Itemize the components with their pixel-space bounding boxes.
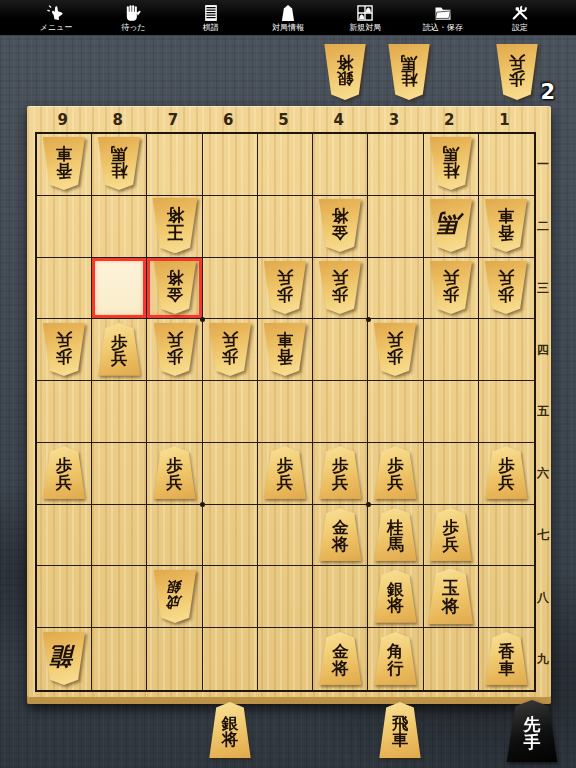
square-1-五[interactable] xyxy=(479,381,534,443)
square-3-六[interactable]: 歩兵 xyxy=(368,443,423,505)
piece-歩兵-3六[interactable]: 歩兵 xyxy=(372,446,419,499)
square-9-七[interactable] xyxy=(37,505,92,567)
game-record-label: 棋譜 xyxy=(203,24,219,32)
piece-face: 王将 xyxy=(150,198,200,254)
square-1-八[interactable] xyxy=(479,566,534,628)
piece-歩兵-2七[interactable]: 歩兵 xyxy=(427,508,474,561)
square-4-五[interactable] xyxy=(313,381,368,443)
pointer-hand-icon xyxy=(46,3,66,23)
piece-face: 歩兵 xyxy=(317,446,364,499)
settings-label: 設定 xyxy=(512,24,528,32)
square-7-三[interactable]: 金将 xyxy=(147,258,202,320)
game-info-label: 対局情報 xyxy=(272,24,304,32)
shogi-app-screen: メニュー 待った 棋譜 対局情報 新規対局 読込・保存 設定 銀将桂馬歩兵2 xyxy=(0,0,576,768)
square-2-四[interactable] xyxy=(424,319,479,381)
square-1-四[interactable] xyxy=(479,319,534,381)
piece-桂馬-3七[interactable]: 桂馬 xyxy=(372,508,419,561)
sente-hand-飛車[interactable]: 飛車 xyxy=(377,702,423,758)
rank-label-五: 五 xyxy=(535,381,551,443)
turn-indicator-piece: 先手 xyxy=(504,700,560,762)
rank-label-一: 一 xyxy=(535,134,551,196)
piece-歩兵-4六[interactable]: 歩兵 xyxy=(317,446,364,499)
piece-金将-4九[interactable]: 金将 xyxy=(317,632,364,685)
piece-face: 金将 xyxy=(317,632,364,685)
square-8-五[interactable] xyxy=(92,381,147,443)
board-grid: 香車桂馬桂馬王将金将馬香車金将歩兵歩兵歩兵歩兵歩兵歩兵歩兵歩兵香車歩兵歩兵歩兵歩… xyxy=(35,132,536,692)
piece-face: 香車 xyxy=(41,137,88,190)
undo-label: 待った xyxy=(121,24,145,32)
square-4-二[interactable]: 金将 xyxy=(313,196,368,258)
square-4-四[interactable] xyxy=(313,319,368,381)
piece-face: 飛車 xyxy=(377,702,423,758)
square-1-二[interactable]: 香車 xyxy=(479,196,534,258)
piece-王将-7二[interactable]: 王将 xyxy=(150,198,200,254)
piece-桂馬-8一[interactable]: 桂馬 xyxy=(96,137,143,190)
piece-金将-4二[interactable]: 金将 xyxy=(317,199,364,252)
rank-label-二: 二 xyxy=(535,196,551,258)
rank-label-四: 四 xyxy=(535,319,551,381)
piece-face: 歩兵 xyxy=(483,446,530,499)
square-5-六[interactable]: 歩兵 xyxy=(258,443,313,505)
square-7-六[interactable]: 歩兵 xyxy=(147,443,202,505)
square-5-一[interactable] xyxy=(258,134,313,196)
square-6-八[interactable] xyxy=(203,566,258,628)
square-2-五[interactable] xyxy=(424,381,479,443)
square-3-八[interactable]: 銀将 xyxy=(368,566,423,628)
board-star-point xyxy=(200,317,205,322)
folder-icon xyxy=(433,3,453,23)
square-6-一[interactable] xyxy=(203,134,258,196)
square-6-九[interactable] xyxy=(203,628,258,690)
square-5-五[interactable] xyxy=(258,381,313,443)
square-3-五[interactable] xyxy=(368,381,423,443)
piece-馬-2二[interactable]: 馬 xyxy=(427,199,474,252)
square-5-八[interactable] xyxy=(258,566,313,628)
piece-金将-4七[interactable]: 金将 xyxy=(317,508,364,561)
rank-label-七: 七 xyxy=(535,505,551,567)
square-8-四[interactable]: 歩兵 xyxy=(92,319,147,381)
file-label-5: 5 xyxy=(256,109,311,132)
piece-face: 銀将 xyxy=(207,702,253,758)
piece-歩兵-7六[interactable]: 歩兵 xyxy=(151,446,198,499)
square-7-四[interactable]: 歩兵 xyxy=(147,319,202,381)
square-3-九[interactable]: 角行 xyxy=(368,628,423,690)
piece-face: 歩兵 xyxy=(427,508,474,561)
piece-face: 歩兵 xyxy=(317,261,364,314)
rank-label-三: 三 xyxy=(535,258,551,320)
piece-歩兵-1六[interactable]: 歩兵 xyxy=(483,446,530,499)
square-3-七[interactable]: 桂馬 xyxy=(368,505,423,567)
rank-label-六: 六 xyxy=(535,443,551,505)
square-7-八[interactable]: 成銀 xyxy=(147,566,202,628)
gote-hand-銀将[interactable]: 銀将 xyxy=(322,44,368,100)
piece-飛車-hand[interactable]: 飛車 xyxy=(377,702,423,758)
piece-face: 桂馬 xyxy=(96,137,143,190)
piece-歩兵-1三[interactable]: 歩兵 xyxy=(483,261,530,314)
square-5-三[interactable]: 歩兵 xyxy=(258,258,313,320)
square-8-三[interactable] xyxy=(92,258,147,320)
square-1-三[interactable]: 歩兵 xyxy=(479,258,534,320)
piece-face: 銀将 xyxy=(322,44,368,100)
square-9-九[interactable]: 龍 xyxy=(37,628,92,690)
square-2-一[interactable]: 桂馬 xyxy=(424,134,479,196)
piece-金将-7三[interactable]: 金将 xyxy=(151,261,198,314)
file-label-3: 3 xyxy=(366,109,421,132)
square-4-七[interactable]: 金将 xyxy=(313,505,368,567)
sente-hand-銀将[interactable]: 銀将 xyxy=(207,702,253,758)
board-star-point xyxy=(366,317,371,322)
square-8-八[interactable] xyxy=(92,566,147,628)
square-3-三[interactable] xyxy=(368,258,423,320)
piece-歩兵-8四[interactable]: 歩兵 xyxy=(96,323,143,376)
hand-count: 2 xyxy=(540,80,555,104)
piece-玉将-2八[interactable]: 玉将 xyxy=(426,568,476,624)
square-9-四[interactable]: 歩兵 xyxy=(37,319,92,381)
piece-face: 歩兵 xyxy=(96,323,143,376)
square-4-九[interactable]: 金将 xyxy=(313,628,368,690)
shogi-piece-icon xyxy=(278,3,298,23)
square-4-三[interactable]: 歩兵 xyxy=(313,258,368,320)
new-game-grid-icon xyxy=(355,3,375,23)
square-6-六[interactable] xyxy=(203,443,258,505)
game-info-button[interactable]: 対局情報 xyxy=(266,3,310,32)
shogi-board: 987654321 一二三四五六七八九 香車桂馬桂馬王将金将馬香車金将歩兵歩兵歩… xyxy=(27,106,551,704)
piece-face: 角行 xyxy=(372,632,419,685)
file-label-8: 8 xyxy=(90,109,145,132)
square-8-九[interactable] xyxy=(92,628,147,690)
square-4-六[interactable]: 歩兵 xyxy=(313,443,368,505)
undo-button[interactable]: 待った xyxy=(111,3,155,32)
square-9-六[interactable]: 歩兵 xyxy=(37,443,92,505)
square-3-一[interactable] xyxy=(368,134,423,196)
piece-歩兵-9四[interactable]: 歩兵 xyxy=(41,323,88,376)
file-labels: 987654321 xyxy=(35,109,532,132)
square-7-七[interactable] xyxy=(147,505,202,567)
square-1-六[interactable]: 歩兵 xyxy=(479,443,534,505)
piece-face: 歩兵 xyxy=(151,323,198,376)
square-1-一[interactable] xyxy=(479,134,534,196)
piece-銀将-hand[interactable]: 銀将 xyxy=(207,702,253,758)
file-label-9: 9 xyxy=(35,109,90,132)
turn-indicator-badge: 先手 xyxy=(504,700,560,762)
piece-face: 銀将 xyxy=(372,570,419,623)
rank-label-八: 八 xyxy=(535,566,551,628)
piece-香車-1二[interactable]: 香車 xyxy=(483,199,530,252)
gote-hand-桂馬[interactable]: 桂馬 xyxy=(386,44,432,100)
file-label-7: 7 xyxy=(145,109,200,132)
piece-face: 歩兵 xyxy=(372,446,419,499)
file-label-1: 1 xyxy=(477,109,532,132)
square-1-七[interactable] xyxy=(479,505,534,567)
piece-face: 歩兵 xyxy=(41,446,88,499)
square-7-二[interactable]: 王将 xyxy=(147,196,202,258)
piece-歩兵-7四[interactable]: 歩兵 xyxy=(151,323,198,376)
square-9-八[interactable] xyxy=(37,566,92,628)
square-2-七[interactable]: 歩兵 xyxy=(424,505,479,567)
file-label-2: 2 xyxy=(422,109,477,132)
piece-face: 歩兵 xyxy=(427,261,474,314)
piece-face: 歩兵 xyxy=(372,323,419,376)
square-9-一[interactable]: 香車 xyxy=(37,134,92,196)
piece-face: 歩兵 xyxy=(151,446,198,499)
record-document-icon xyxy=(201,3,221,23)
square-9-三[interactable] xyxy=(37,258,92,320)
square-8-二[interactable] xyxy=(92,196,147,258)
square-8-六[interactable] xyxy=(92,443,147,505)
load-save-label: 読込・保存 xyxy=(423,24,463,32)
piece-桂馬-2一[interactable]: 桂馬 xyxy=(427,137,474,190)
square-6-四[interactable]: 歩兵 xyxy=(203,319,258,381)
square-8-七[interactable] xyxy=(92,505,147,567)
square-9-二[interactable] xyxy=(37,196,92,258)
rank-label-九: 九 xyxy=(535,628,551,690)
toolbar: メニュー 待った 棋譜 対局情報 新規対局 読込・保存 設定 xyxy=(0,0,576,36)
piece-face: 歩兵 xyxy=(261,446,308,499)
piece-歩兵-6四[interactable]: 歩兵 xyxy=(206,323,253,376)
square-2-二[interactable]: 馬 xyxy=(424,196,479,258)
square-5-四[interactable]: 香車 xyxy=(258,319,313,381)
menu-label: メニュー xyxy=(40,24,73,32)
piece-成銀-7八[interactable]: 成銀 xyxy=(151,570,198,623)
square-6-二[interactable] xyxy=(203,196,258,258)
piece-face: 金将 xyxy=(151,261,198,314)
piece-face: 香車 xyxy=(483,199,530,252)
piece-face: 金将 xyxy=(317,508,364,561)
square-6-三[interactable] xyxy=(203,258,258,320)
piece-銀将-3八[interactable]: 銀将 xyxy=(372,570,419,623)
new-game-label: 新規対局 xyxy=(349,24,381,32)
game-record-button[interactable]: 棋譜 xyxy=(189,3,233,32)
piece-歩兵-5六[interactable]: 歩兵 xyxy=(261,446,308,499)
piece-角行-3九[interactable]: 角行 xyxy=(372,632,419,685)
square-4-八[interactable] xyxy=(313,566,368,628)
piece-face: 歩兵 xyxy=(41,323,88,376)
square-7-九[interactable] xyxy=(147,628,202,690)
menu-button[interactable]: メニュー xyxy=(34,3,78,32)
piece-face: 歩兵 xyxy=(206,323,253,376)
square-5-二[interactable] xyxy=(258,196,313,258)
square-7-一[interactable] xyxy=(147,134,202,196)
piece-歩兵-3四[interactable]: 歩兵 xyxy=(372,323,419,376)
square-2-八[interactable]: 玉将 xyxy=(424,566,479,628)
piece-face: 馬 xyxy=(427,199,474,252)
piece-face: 金将 xyxy=(317,199,364,252)
piece-face: 桂馬 xyxy=(372,508,419,561)
square-6-五[interactable] xyxy=(203,381,258,443)
piece-歩兵-5三[interactable]: 歩兵 xyxy=(261,261,308,314)
square-3-二[interactable] xyxy=(368,196,423,258)
piece-龍-9九[interactable]: 龍 xyxy=(41,632,88,685)
piece-face: 桂馬 xyxy=(427,137,474,190)
file-label-6: 6 xyxy=(201,109,256,132)
square-8-一[interactable]: 桂馬 xyxy=(92,134,147,196)
piece-face: 歩兵 xyxy=(261,261,308,314)
piece-face: 龍 xyxy=(41,632,88,685)
piece-歩兵-4三[interactable]: 歩兵 xyxy=(317,261,364,314)
piece-桂馬-hand[interactable]: 桂馬 xyxy=(386,44,432,100)
piece-歩兵-hand[interactable]: 歩兵 xyxy=(494,44,540,100)
square-6-七[interactable] xyxy=(203,505,258,567)
square-9-五[interactable] xyxy=(37,381,92,443)
piece-香車-1九[interactable]: 香車 xyxy=(483,632,530,685)
square-5-七[interactable] xyxy=(258,505,313,567)
piece-face: 桂馬 xyxy=(386,44,432,100)
settings-button[interactable]: 設定 xyxy=(498,3,542,32)
piece-香車-5四[interactable]: 香車 xyxy=(261,323,308,376)
piece-face: 香車 xyxy=(261,323,308,376)
square-7-五[interactable] xyxy=(147,381,202,443)
load-save-button[interactable]: 読込・保存 xyxy=(421,3,465,32)
piece-face: 歩兵 xyxy=(483,261,530,314)
file-label-4: 4 xyxy=(311,109,366,132)
piece-香車-9一[interactable]: 香車 xyxy=(41,137,88,190)
square-2-九[interactable] xyxy=(424,628,479,690)
new-game-button[interactable]: 新規対局 xyxy=(343,3,387,32)
square-1-九[interactable]: 香車 xyxy=(479,628,534,690)
piece-face: 歩兵 xyxy=(494,44,540,100)
piece-銀将-hand[interactable]: 銀将 xyxy=(322,44,368,100)
square-3-四[interactable]: 歩兵 xyxy=(368,319,423,381)
piece-face: 香車 xyxy=(483,632,530,685)
tools-icon xyxy=(510,3,530,23)
gote-hand-歩兵[interactable]: 歩兵2 xyxy=(494,44,540,100)
rank-labels: 一二三四五六七八九 xyxy=(535,134,551,690)
piece-歩兵-2三[interactable]: 歩兵 xyxy=(427,261,474,314)
square-2-三[interactable]: 歩兵 xyxy=(424,258,479,320)
square-4-一[interactable] xyxy=(313,134,368,196)
piece-歩兵-9六[interactable]: 歩兵 xyxy=(41,446,88,499)
open-hand-icon xyxy=(123,3,143,23)
piece-face: 成銀 xyxy=(151,570,198,623)
square-5-九[interactable] xyxy=(258,628,313,690)
piece-face: 玉将 xyxy=(426,568,476,624)
square-2-六[interactable] xyxy=(424,443,479,505)
